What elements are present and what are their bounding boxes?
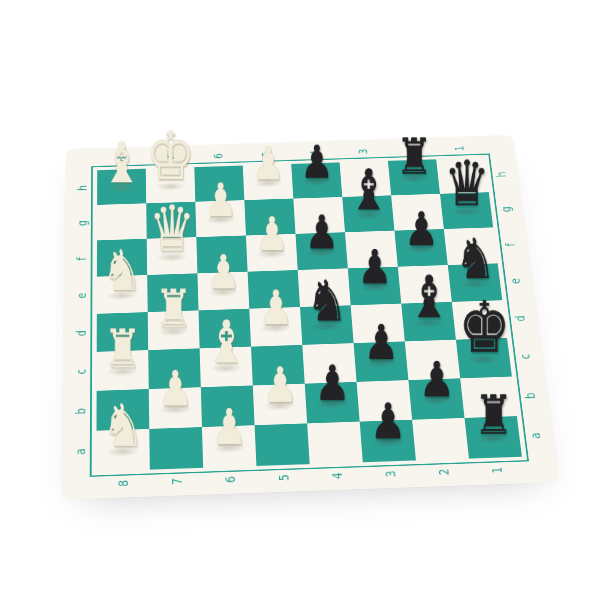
black-pawn-glyph: ♟ xyxy=(364,318,399,366)
black-pawn-glyph: ♟ xyxy=(404,206,438,252)
piece-black-pawn-c3[interactable]: ♟ xyxy=(354,341,409,381)
piece-white-pawn-h5[interactable]: ♟ xyxy=(243,164,294,200)
black-knight-glyph: ♞ xyxy=(306,273,348,330)
piece-white-queen-f7[interactable]: ♛ xyxy=(147,237,198,275)
photo-scene: 87654321 87654321 hgfedcba hgfedcba ♝♚♛♞… xyxy=(0,0,600,600)
white-rook-glyph: ♜ xyxy=(154,283,192,335)
pieces-layer: ♝♚♛♞♞♜♜♝♟♟♟♟♟♟♟♟♚♛♜♜♝♝♞♞♟♟♟♟♟♟♟♟ xyxy=(96,158,521,472)
white-pawn-glyph: ♟ xyxy=(211,402,247,451)
piece-black-king-c1[interactable]: ♚ xyxy=(456,338,512,378)
piece-black-pawn-b4[interactable]: ♟ xyxy=(305,382,360,424)
black-pawn-glyph: ♟ xyxy=(305,209,339,255)
piece-black-queen-g1[interactable]: ♛ xyxy=(440,192,493,229)
piece-white-bishop-h8[interactable]: ♝ xyxy=(97,169,146,205)
black-pawn-glyph: ♟ xyxy=(315,359,351,408)
piece-white-pawn-d5[interactable]: ♟ xyxy=(249,307,302,347)
black-king-glyph: ♚ xyxy=(458,292,510,363)
piece-black-pawn-a3[interactable]: ♟ xyxy=(360,420,416,462)
black-rook-glyph: ♜ xyxy=(474,388,514,442)
white-pawn-glyph: ♟ xyxy=(262,361,298,410)
piece-black-rook-h2[interactable]: ♜ xyxy=(388,159,440,195)
black-rook-glyph: ♜ xyxy=(396,132,432,182)
piece-white-pawn-e6[interactable]: ♟ xyxy=(197,272,249,311)
piece-black-bishop-d2[interactable]: ♝ xyxy=(401,302,456,341)
file-labels-left: hgfedcba xyxy=(68,170,94,472)
black-pawn-glyph: ♟ xyxy=(358,244,392,291)
white-knight-glyph: ♞ xyxy=(101,396,144,455)
piece-white-pawn-b7[interactable]: ♟ xyxy=(149,387,202,429)
piece-black-pawn-f2[interactable]: ♟ xyxy=(394,229,447,267)
piece-white-rook-d7[interactable]: ♜ xyxy=(148,310,200,350)
white-king-glyph: ♚ xyxy=(146,122,195,189)
white-pawn-glyph: ♟ xyxy=(157,364,193,413)
piece-black-pawn-h4[interactable]: ♟ xyxy=(291,162,342,198)
piece-black-knight-d4[interactable]: ♞ xyxy=(300,305,354,345)
chess-mat: 87654321 87654321 hgfedcba hgfedcba ♝♚♛♞… xyxy=(62,135,560,500)
piece-black-pawn-f4[interactable]: ♟ xyxy=(296,232,348,270)
piece-black-pawn-e3[interactable]: ♟ xyxy=(348,267,401,306)
black-queen-glyph: ♛ xyxy=(444,152,490,214)
piece-white-pawn-g6[interactable]: ♟ xyxy=(195,200,246,237)
piece-white-knight-e8[interactable]: ♞ xyxy=(97,275,148,314)
white-queen-glyph: ♛ xyxy=(149,197,196,260)
black-pawn-glyph: ♟ xyxy=(370,397,406,446)
black-bishop-glyph: ♝ xyxy=(407,268,450,326)
black-pawn-glyph: ♟ xyxy=(419,355,455,404)
white-rook-glyph: ♜ xyxy=(103,322,142,375)
white-pawn-glyph: ♟ xyxy=(251,141,284,186)
piece-black-bishop-g3[interactable]: ♝ xyxy=(342,195,394,232)
piece-white-pawn-f5[interactable]: ♟ xyxy=(246,234,298,272)
piece-white-knight-a8[interactable]: ♞ xyxy=(96,429,149,472)
white-knight-glyph: ♞ xyxy=(102,243,143,299)
white-bishop-glyph: ♝ xyxy=(101,135,142,191)
white-pawn-glyph: ♟ xyxy=(255,211,289,257)
black-bishop-glyph: ♝ xyxy=(348,162,389,218)
white-pawn-glyph: ♟ xyxy=(258,284,293,331)
white-bishop-glyph: ♝ xyxy=(204,312,247,371)
piece-white-pawn-a6[interactable]: ♟ xyxy=(202,425,256,468)
white-pawn-glyph: ♟ xyxy=(206,249,241,296)
piece-black-rook-a1[interactable]: ♜ xyxy=(465,416,522,458)
white-pawn-glyph: ♟ xyxy=(204,177,238,223)
piece-white-rook-c8[interactable]: ♜ xyxy=(97,350,149,391)
piece-white-pawn-b5[interactable]: ♟ xyxy=(253,384,307,426)
black-knight-glyph: ♞ xyxy=(455,231,496,287)
black-pawn-glyph: ♟ xyxy=(300,139,333,184)
piece-white-bishop-c6[interactable]: ♝ xyxy=(200,347,253,388)
piece-black-pawn-b2[interactable]: ♟ xyxy=(408,378,464,419)
